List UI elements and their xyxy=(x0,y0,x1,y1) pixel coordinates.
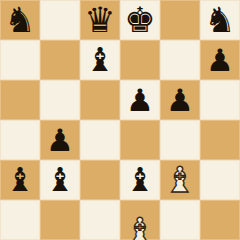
black-bishop[interactable]: ♝ xyxy=(85,40,115,80)
black-king[interactable]: ♚ xyxy=(124,0,155,40)
square-4-0[interactable]: ♝ xyxy=(0,160,40,200)
square-5-3[interactable]: ♝ xyxy=(120,200,160,240)
square-0-4[interactable] xyxy=(160,0,200,40)
square-5-2[interactable] xyxy=(80,200,120,240)
square-4-4[interactable]: ♝ xyxy=(160,160,200,200)
white-bishop[interactable]: ♝ xyxy=(164,160,195,200)
black-queen[interactable]: ♛ xyxy=(84,0,115,40)
square-2-5[interactable] xyxy=(200,80,240,120)
square-5-1[interactable] xyxy=(40,200,80,240)
square-1-1[interactable] xyxy=(40,40,80,80)
square-4-3[interactable]: ♝ xyxy=(120,160,160,200)
square-1-3[interactable] xyxy=(120,40,160,80)
square-1-2[interactable]: ♝ xyxy=(80,40,120,80)
square-2-3[interactable]: ♟ xyxy=(120,80,160,120)
square-4-5[interactable] xyxy=(200,160,240,200)
square-5-5[interactable] xyxy=(200,200,240,240)
square-3-2[interactable] xyxy=(80,120,120,160)
black-bishop[interactable]: ♝ xyxy=(45,160,75,200)
black-bishop[interactable]: ♝ xyxy=(125,160,155,200)
square-3-5[interactable] xyxy=(200,120,240,160)
square-0-3[interactable]: ♚ xyxy=(120,0,160,40)
square-4-2[interactable] xyxy=(80,160,120,200)
square-4-1[interactable]: ♝ xyxy=(40,160,80,200)
square-2-1[interactable] xyxy=(40,80,80,120)
square-0-0[interactable]: ♞ xyxy=(0,0,40,40)
square-2-4[interactable]: ♟ xyxy=(160,80,200,120)
square-3-0[interactable] xyxy=(0,120,40,160)
square-2-2[interactable] xyxy=(80,80,120,120)
chess-board: ♞♛♚♞♝♟♟♟♟♝♝♝♝♝ xyxy=(0,0,240,240)
black-bishop[interactable]: ♝ xyxy=(5,160,35,200)
black-knight[interactable]: ♞ xyxy=(4,0,35,40)
square-3-1[interactable]: ♟ xyxy=(40,120,80,160)
square-0-1[interactable] xyxy=(40,0,80,40)
square-1-0[interactable] xyxy=(0,40,40,80)
square-1-5[interactable]: ♟ xyxy=(200,40,240,80)
black-pawn[interactable]: ♟ xyxy=(46,120,74,160)
black-pawn[interactable]: ♟ xyxy=(126,80,154,120)
white-bishop[interactable]: ♝ xyxy=(124,211,155,240)
black-pawn[interactable]: ♟ xyxy=(206,40,234,80)
chess-board-screenshot: ♞♛♚♞♝♟♟♟♟♝♝♝♝♝ xyxy=(0,0,240,240)
square-3-3[interactable] xyxy=(120,120,160,160)
square-3-4[interactable] xyxy=(160,120,200,160)
square-0-5[interactable]: ♞ xyxy=(200,0,240,40)
square-0-2[interactable]: ♛ xyxy=(80,0,120,40)
square-5-4[interactable] xyxy=(160,200,200,240)
square-1-4[interactable] xyxy=(160,40,200,80)
black-knight[interactable]: ♞ xyxy=(204,0,235,40)
square-5-0[interactable] xyxy=(0,200,40,240)
square-2-0[interactable] xyxy=(0,80,40,120)
black-pawn[interactable]: ♟ xyxy=(166,80,194,120)
